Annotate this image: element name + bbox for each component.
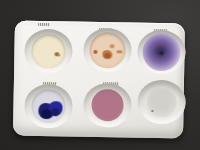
well-bottom-right [137,80,186,125]
orange-fleck [93,50,97,54]
photo-background [0,0,200,150]
tiny-dark-speck [151,110,153,112]
well-top-middle-liquid [89,32,126,69]
well-top-left-liquid [31,34,66,69]
well-bottom-left-liquid [31,89,66,124]
well-bottom-right-liquid [146,87,177,118]
dark-center-speck [160,51,164,55]
orange-fleck [116,51,122,54]
indigo-blotches [31,89,66,124]
well-top-left-label-smudge [38,23,50,26]
well-top-right [137,30,186,75]
spot-plate [13,21,185,139]
orange-fleck [110,44,115,48]
orange-fleck [104,53,110,58]
amber-fleck [57,55,60,57]
well-top-middle [83,28,132,73]
well-top-right-liquid [142,33,181,72]
well-bottom-middle [83,83,132,128]
well-top-left [24,29,73,74]
well-bottom-middle-liquid [91,89,124,122]
well-bottom-left [24,84,73,129]
